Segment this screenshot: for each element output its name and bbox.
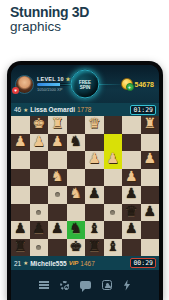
caption-line1: Stunning 3D	[10, 5, 89, 20]
move-hint-dot	[36, 245, 41, 250]
white-rook: ♜	[51, 116, 64, 130]
white-king: ♚	[32, 116, 45, 130]
square-c4[interactable]	[104, 169, 123, 187]
square-b5[interactable]: ♟	[122, 186, 141, 204]
square-d6[interactable]	[85, 204, 104, 222]
square-g3[interactable]	[30, 151, 49, 169]
app-header: ♥ LEVEL 10 ★ 1050/1500 XP FREE SPIN	[11, 65, 159, 103]
square-f4[interactable]: ♞	[48, 169, 67, 187]
opponent-name: Lissa Oemardi	[30, 106, 75, 113]
square-d2[interactable]	[85, 134, 104, 152]
square-h7[interactable]: ♟	[11, 221, 30, 239]
square-f3[interactable]	[48, 151, 67, 169]
contacts-icon[interactable]	[102, 280, 112, 290]
bottom-nav-bar	[11, 270, 159, 300]
square-h2[interactable]: ♟	[11, 134, 30, 152]
phone-frame: ♥ LEVEL 10 ★ 1050/1500 XP FREE SPIN	[7, 61, 163, 300]
player-bar: 21 ★ Michelle555 VIP 1467 00:29	[11, 256, 159, 270]
opponent-star-icon: ★	[23, 107, 28, 113]
black-knight: ♞	[69, 134, 82, 148]
app-screen: ♥ LEVEL 10 ★ 1050/1500 XP FREE SPIN	[11, 65, 159, 300]
black-bishop: ♝	[88, 221, 101, 235]
square-e8[interactable]: ♚	[67, 239, 86, 257]
black-queen: ♛	[125, 204, 138, 218]
white-pawn: ♟	[106, 151, 119, 165]
white-pawn: ♟	[125, 169, 138, 183]
chat-bubble-icon[interactable]	[80, 281, 91, 289]
settings-gear-icon[interactable]	[60, 281, 69, 290]
square-b7[interactable]: ♟	[122, 221, 141, 239]
square-a5[interactable]	[141, 186, 160, 204]
square-d7[interactable]: ♝	[85, 221, 104, 239]
square-e2[interactable]: ♞	[67, 134, 86, 152]
black-bishop: ♝	[106, 239, 119, 253]
coin-balance[interactable]: + 54678	[121, 78, 155, 90]
square-b2[interactable]	[122, 134, 141, 152]
square-d8[interactable]: ♜	[85, 239, 104, 257]
black-rook: ♜	[88, 239, 101, 253]
level-label: LEVEL 10 ★	[37, 76, 71, 82]
square-c6[interactable]	[104, 204, 123, 222]
promo-screenshot: Stunning 3D graphics ♥ LEVEL 10 ★ 1050/1…	[0, 0, 169, 300]
square-h5[interactable]	[11, 186, 30, 204]
square-a2[interactable]	[141, 134, 160, 152]
square-d1[interactable]: ♛	[85, 116, 104, 134]
free-spin-button[interactable]: FREE SPIN	[71, 70, 100, 99]
xp-label: 1050/1500 XP	[37, 87, 71, 92]
heart-badge-icon: ♥	[12, 87, 19, 94]
opponent-clock: 01:29	[130, 105, 156, 115]
promo-caption: Stunning 3D graphics	[10, 5, 89, 34]
coin-count: 54678	[135, 81, 154, 88]
black-pawn: ♟	[125, 221, 138, 235]
white-knight: ♞	[51, 169, 64, 183]
square-f6[interactable]	[48, 204, 67, 222]
level-text: LEVEL 10	[37, 76, 64, 82]
black-pawn: ♟	[51, 221, 64, 235]
square-h1[interactable]	[11, 116, 30, 134]
square-g7[interactable]: ♟	[30, 221, 49, 239]
black-pawn: ♟	[14, 221, 27, 235]
white-knight: ♞	[69, 186, 82, 200]
black-knight: ♞	[69, 221, 82, 235]
square-a1[interactable]: ♜	[141, 116, 160, 134]
square-f7[interactable]: ♟	[48, 221, 67, 239]
black-pawn: ♟	[143, 204, 156, 218]
user-avatar[interactable]: ♥	[15, 75, 34, 94]
square-f1[interactable]: ♜	[48, 116, 67, 134]
square-a7[interactable]	[141, 221, 160, 239]
square-b6[interactable]: ♛	[122, 204, 141, 222]
opponent-rating: 1778	[77, 106, 91, 113]
square-g1[interactable]: ♚	[30, 116, 49, 134]
move-hint-dot	[36, 210, 41, 215]
square-c5[interactable]	[104, 186, 123, 204]
square-c8[interactable]: ♝	[104, 239, 123, 257]
square-b4[interactable]: ♟	[122, 169, 141, 187]
add-coins-icon[interactable]: +	[126, 83, 134, 91]
square-e6[interactable]	[67, 204, 86, 222]
square-c1[interactable]	[104, 116, 123, 134]
square-e7[interactable]: ♞	[67, 221, 86, 239]
chess-board[interactable]: ♚♜♛♜♟♟♟♞♟♟♟♞♟♞♟♟♛♟♟♟♟♞♝♟♜♚♜♝	[11, 116, 159, 256]
black-pawn: ♟	[32, 221, 45, 235]
flash-challenge-icon[interactable]	[123, 280, 131, 291]
square-h6[interactable]	[11, 204, 30, 222]
opponent-rank: 46	[14, 106, 21, 113]
white-pawn: ♟	[143, 151, 156, 165]
white-pawn: ♟	[14, 134, 27, 148]
square-d5[interactable]: ♟	[85, 186, 104, 204]
square-h8[interactable]: ♜	[11, 239, 30, 257]
square-c3[interactable]: ♟	[104, 151, 123, 169]
square-e1[interactable]	[67, 116, 86, 134]
square-a6[interactable]: ♟	[141, 204, 160, 222]
black-pawn: ♟	[125, 186, 138, 200]
player-rank: 21	[14, 260, 21, 267]
square-h4[interactable]	[11, 169, 30, 187]
square-h3[interactable]	[11, 151, 30, 169]
square-g5[interactable]	[30, 186, 49, 204]
square-d4[interactable]	[85, 169, 104, 187]
player-star-icon: ★	[23, 260, 28, 266]
square-b8[interactable]	[122, 239, 141, 257]
white-pawn: ♟	[32, 134, 45, 148]
opponent-bar: 46 ★ Lissa Oemardi 1778 01:29	[11, 103, 159, 116]
free-spin-label-2: SPIN	[80, 84, 91, 89]
square-a3[interactable]: ♟	[141, 151, 160, 169]
move-hint-dot	[110, 210, 115, 215]
black-pawn: ♟	[88, 186, 101, 200]
caption-line2: graphics	[10, 19, 89, 34]
square-a8[interactable]	[141, 239, 160, 257]
square-e5[interactable]: ♞	[67, 186, 86, 204]
square-b3[interactable]	[122, 151, 141, 169]
square-f8[interactable]	[48, 239, 67, 257]
square-g8[interactable]	[30, 239, 49, 257]
square-d3[interactable]: ♟	[85, 151, 104, 169]
move-hint-dot	[55, 192, 60, 197]
square-a4[interactable]	[141, 169, 160, 187]
square-g6[interactable]	[30, 204, 49, 222]
square-e4[interactable]	[67, 169, 86, 187]
square-c2[interactable]	[104, 134, 123, 152]
coin-icon: +	[121, 78, 133, 90]
square-g4[interactable]	[30, 169, 49, 187]
square-e3[interactable]	[67, 151, 86, 169]
square-f5[interactable]	[48, 186, 67, 204]
white-pawn: ♟	[51, 134, 64, 148]
menu-icon[interactable]	[39, 281, 49, 283]
square-b1[interactable]	[122, 116, 141, 134]
white-rook: ♜	[143, 116, 156, 130]
black-king: ♚	[69, 239, 82, 253]
player-clock: 00:29	[130, 258, 156, 268]
white-queen: ♛	[88, 116, 101, 130]
square-g2[interactable]: ♟	[30, 134, 49, 152]
square-c7[interactable]	[104, 221, 123, 239]
square-f2[interactable]: ♟	[48, 134, 67, 152]
player-rating: 1467	[80, 260, 94, 267]
white-pawn: ♟	[88, 151, 101, 165]
black-rook: ♜	[14, 239, 27, 253]
player-name: Michelle555	[30, 260, 67, 267]
vip-badge: VIP	[69, 260, 79, 266]
